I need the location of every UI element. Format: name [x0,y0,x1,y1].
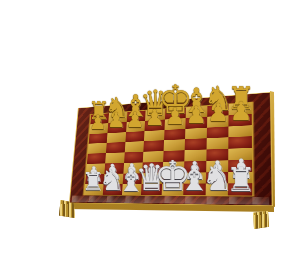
square-b4 [105,152,124,163]
square-e1 [162,184,184,195]
square-g2 [205,172,228,184]
square-d5 [144,140,164,151]
square-h1 [228,183,252,195]
square-h3 [228,160,252,172]
square-g3 [206,160,229,172]
square-e4 [163,150,184,162]
square-h2 [228,171,252,183]
square-g1 [205,184,228,196]
square-c4 [124,152,144,163]
square-e2 [162,172,184,183]
square-e3 [163,161,184,172]
square-a2 [85,174,104,185]
board-squares-grid [84,103,252,196]
square-f3 [184,161,206,173]
square-a4 [87,153,106,164]
square-g5 [206,137,229,149]
square-h5 [229,136,252,148]
square-a5 [88,143,107,154]
square-e5 [164,139,185,151]
square-g4 [206,149,229,161]
square-a3 [86,163,105,174]
square-b3 [104,163,123,174]
square-d3 [142,162,163,173]
square-d1 [141,184,162,195]
product-photo-chess-set: Product photo of a luxury Greco-Roman fi… [40,16,305,265]
square-c5 [124,141,144,152]
square-c3 [123,162,143,173]
square-d4 [143,151,164,162]
square-f5 [184,138,206,150]
board-foot-right [252,211,269,229]
square-f4 [184,150,206,162]
chess-board [69,92,273,206]
square-b5 [106,142,125,153]
square-a1 [84,184,103,195]
square-f1 [183,184,205,196]
square-d2 [142,173,163,184]
square-c1 [121,184,141,195]
frame-reflection-gloss [72,196,270,205]
square-h4 [228,148,252,160]
square-b1 [103,184,123,195]
square-b2 [103,173,123,184]
photo-description: Product photo of a luxury Greco-Roman fi… [40,16,41,17]
square-c2 [122,173,142,184]
square-f2 [183,172,205,184]
